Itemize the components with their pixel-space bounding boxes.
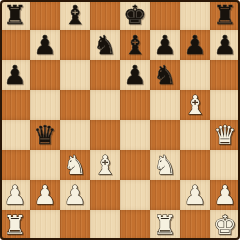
black-pawn: ♟ (123, 60, 146, 90)
black-pawn: ♟ (3, 60, 26, 90)
white-bishop: ♝ (183, 90, 206, 120)
square-g1[interactable] (180, 210, 210, 240)
black-bishop: ♝ (63, 0, 86, 30)
white-pawn: ♟ (63, 180, 86, 210)
chess-board: ♜♝♚♜♟♞♝♟♟♟♟♟♞♝♛♛♞♝♞♟♟♟♟♟♜♜♚ (0, 0, 240, 240)
square-d7[interactable]: ♞ (90, 30, 120, 60)
square-a1[interactable]: ♜ (0, 210, 30, 240)
square-e5[interactable] (120, 90, 150, 120)
square-g8[interactable] (180, 0, 210, 30)
black-queen: ♛ (33, 120, 56, 150)
white-king: ♚ (213, 210, 236, 240)
black-king: ♚ (123, 0, 146, 30)
white-bishop: ♝ (93, 150, 116, 180)
square-f8[interactable] (150, 0, 180, 30)
square-a2[interactable]: ♟ (0, 180, 30, 210)
square-d4[interactable] (90, 120, 120, 150)
black-pawn: ♟ (213, 30, 236, 60)
square-a6[interactable]: ♟ (0, 60, 30, 90)
square-a5[interactable] (0, 90, 30, 120)
black-pawn: ♟ (183, 30, 206, 60)
white-rook: ♜ (153, 210, 176, 240)
square-a4[interactable] (0, 120, 30, 150)
square-b6[interactable] (30, 60, 60, 90)
square-h2[interactable]: ♟ (210, 180, 240, 210)
square-e3[interactable] (120, 150, 150, 180)
square-b1[interactable] (30, 210, 60, 240)
square-d1[interactable] (90, 210, 120, 240)
square-a7[interactable] (0, 30, 30, 60)
square-b5[interactable] (30, 90, 60, 120)
square-c3[interactable]: ♞ (60, 150, 90, 180)
square-c1[interactable] (60, 210, 90, 240)
square-d6[interactable] (90, 60, 120, 90)
square-h6[interactable] (210, 60, 240, 90)
black-knight: ♞ (93, 30, 116, 60)
white-pawn: ♟ (33, 180, 56, 210)
white-queen: ♛ (213, 120, 236, 150)
black-knight: ♞ (153, 60, 176, 90)
square-f7[interactable]: ♟ (150, 30, 180, 60)
chess-board-area: ♜♝♚♜♟♞♝♟♟♟♟♟♞♝♛♛♞♝♞♟♟♟♟♟♜♜♚ (0, 0, 240, 240)
square-b3[interactable] (30, 150, 60, 180)
black-pawn: ♟ (153, 30, 176, 60)
square-c4[interactable] (60, 120, 90, 150)
square-c2[interactable]: ♟ (60, 180, 90, 210)
square-b4[interactable]: ♛ (30, 120, 60, 150)
black-bishop: ♝ (123, 30, 146, 60)
white-pawn: ♟ (183, 180, 206, 210)
square-f4[interactable] (150, 120, 180, 150)
square-g6[interactable] (180, 60, 210, 90)
white-rook: ♜ (3, 210, 26, 240)
square-b8[interactable] (30, 0, 60, 30)
square-d2[interactable] (90, 180, 120, 210)
square-a8[interactable]: ♜ (0, 0, 30, 30)
square-e2[interactable] (120, 180, 150, 210)
square-e4[interactable] (120, 120, 150, 150)
white-knight: ♞ (153, 150, 176, 180)
square-h1[interactable]: ♚ (210, 210, 240, 240)
square-h5[interactable] (210, 90, 240, 120)
black-rook: ♜ (3, 0, 26, 30)
square-f1[interactable]: ♜ (150, 210, 180, 240)
square-c7[interactable] (60, 30, 90, 60)
square-a3[interactable] (0, 150, 30, 180)
square-g2[interactable]: ♟ (180, 180, 210, 210)
square-g7[interactable]: ♟ (180, 30, 210, 60)
black-pawn: ♟ (33, 30, 56, 60)
square-c8[interactable]: ♝ (60, 0, 90, 30)
white-knight: ♞ (63, 150, 86, 180)
white-pawn: ♟ (3, 180, 26, 210)
square-c5[interactable] (60, 90, 90, 120)
square-d3[interactable]: ♝ (90, 150, 120, 180)
square-g3[interactable] (180, 150, 210, 180)
square-b2[interactable]: ♟ (30, 180, 60, 210)
black-rook: ♜ (213, 0, 236, 30)
square-b7[interactable]: ♟ (30, 30, 60, 60)
square-f6[interactable]: ♞ (150, 60, 180, 90)
square-e1[interactable] (120, 210, 150, 240)
square-g4[interactable] (180, 120, 210, 150)
square-d5[interactable] (90, 90, 120, 120)
square-f3[interactable]: ♞ (150, 150, 180, 180)
square-f2[interactable] (150, 180, 180, 210)
square-e8[interactable]: ♚ (120, 0, 150, 30)
square-e7[interactable]: ♝ (120, 30, 150, 60)
square-d8[interactable] (90, 0, 120, 30)
square-h4[interactable]: ♛ (210, 120, 240, 150)
square-h8[interactable]: ♜ (210, 0, 240, 30)
square-f5[interactable] (150, 90, 180, 120)
square-c6[interactable] (60, 60, 90, 90)
white-pawn: ♟ (213, 180, 236, 210)
square-h7[interactable]: ♟ (210, 30, 240, 60)
square-h3[interactable] (210, 150, 240, 180)
square-g5[interactable]: ♝ (180, 90, 210, 120)
square-e6[interactable]: ♟ (120, 60, 150, 90)
